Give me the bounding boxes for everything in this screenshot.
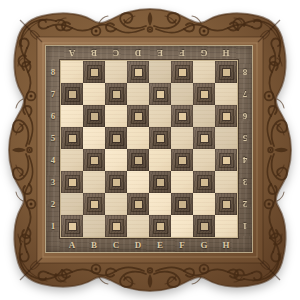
square-h4[interactable] xyxy=(215,149,237,171)
rank-label-right-6: 6 xyxy=(238,105,252,127)
square-h5[interactable] xyxy=(215,127,237,149)
file-label-top-g: G xyxy=(193,46,215,60)
file-label-bottom-h: H xyxy=(215,238,237,252)
square-d6[interactable] xyxy=(127,105,149,127)
square-a4[interactable] xyxy=(61,149,83,171)
square-b1[interactable] xyxy=(83,215,105,237)
file-label-top-h: H xyxy=(215,46,237,60)
square-g5[interactable] xyxy=(193,127,215,149)
square-f5[interactable] xyxy=(171,127,193,149)
square-a5[interactable] xyxy=(61,127,83,149)
board-surface: ABCDEFGH ABCDEFGH 87654321 87654321 xyxy=(45,45,253,253)
square-h8[interactable] xyxy=(215,61,237,83)
file-label-bottom-b: B xyxy=(83,238,105,252)
rank-label-right-4: 4 xyxy=(238,149,252,171)
square-g4[interactable] xyxy=(193,149,215,171)
square-b6[interactable] xyxy=(83,105,105,127)
file-labels-bottom: ABCDEFGH xyxy=(61,238,237,252)
square-a1[interactable] xyxy=(61,215,83,237)
file-labels-top: ABCDEFGH xyxy=(61,46,237,60)
rank-label-left-6: 6 xyxy=(46,105,60,127)
file-label-bottom-a: A xyxy=(61,238,83,252)
rank-label-left-7: 7 xyxy=(46,83,60,105)
square-b4[interactable] xyxy=(83,149,105,171)
square-h1[interactable] xyxy=(215,215,237,237)
rank-label-right-2: 2 xyxy=(238,193,252,215)
square-b7[interactable] xyxy=(83,83,105,105)
file-label-top-f: F xyxy=(171,46,193,60)
square-d3[interactable] xyxy=(127,171,149,193)
rank-label-left-8: 8 xyxy=(46,61,60,83)
rank-label-left-4: 4 xyxy=(46,149,60,171)
rank-label-left-1: 1 xyxy=(46,215,60,237)
square-a2[interactable] xyxy=(61,193,83,215)
square-g1[interactable] xyxy=(193,215,215,237)
file-label-top-e: E xyxy=(149,46,171,60)
square-e7[interactable] xyxy=(149,83,171,105)
square-c4[interactable] xyxy=(105,149,127,171)
file-label-bottom-d: D xyxy=(127,238,149,252)
square-h2[interactable] xyxy=(215,193,237,215)
square-d4[interactable] xyxy=(127,149,149,171)
square-a6[interactable] xyxy=(61,105,83,127)
file-label-bottom-e: E xyxy=(149,238,171,252)
file-label-top-d: D xyxy=(127,46,149,60)
square-d1[interactable] xyxy=(127,215,149,237)
square-f3[interactable] xyxy=(171,171,193,193)
file-label-bottom-f: F xyxy=(171,238,193,252)
square-f4[interactable] xyxy=(171,149,193,171)
rank-label-right-5: 5 xyxy=(238,127,252,149)
square-c1[interactable] xyxy=(105,215,127,237)
square-d8[interactable] xyxy=(127,61,149,83)
square-g7[interactable] xyxy=(193,83,215,105)
square-c2[interactable] xyxy=(105,193,127,215)
square-a8[interactable] xyxy=(61,61,83,83)
square-e6[interactable] xyxy=(149,105,171,127)
square-e3[interactable] xyxy=(149,171,171,193)
square-g2[interactable] xyxy=(193,193,215,215)
rank-labels-right: 87654321 xyxy=(238,61,252,237)
square-h6[interactable] xyxy=(215,105,237,127)
chess-grid xyxy=(60,60,238,238)
square-e4[interactable] xyxy=(149,149,171,171)
rank-label-right-1: 1 xyxy=(238,215,252,237)
square-h7[interactable] xyxy=(215,83,237,105)
square-e1[interactable] xyxy=(149,215,171,237)
square-h3[interactable] xyxy=(215,171,237,193)
square-e5[interactable] xyxy=(149,127,171,149)
square-f7[interactable] xyxy=(171,83,193,105)
square-d2[interactable] xyxy=(127,193,149,215)
rank-label-left-5: 5 xyxy=(46,127,60,149)
square-d7[interactable] xyxy=(127,83,149,105)
rank-label-right-7: 7 xyxy=(238,83,252,105)
file-label-top-b: B xyxy=(83,46,105,60)
rank-label-right-8: 8 xyxy=(238,61,252,83)
rank-labels-left: 87654321 xyxy=(46,61,60,237)
square-f2[interactable] xyxy=(171,193,193,215)
square-g3[interactable] xyxy=(193,171,215,193)
square-a3[interactable] xyxy=(61,171,83,193)
square-c7[interactable] xyxy=(105,83,127,105)
square-e8[interactable] xyxy=(149,61,171,83)
square-c8[interactable] xyxy=(105,61,127,83)
square-b8[interactable] xyxy=(83,61,105,83)
square-f8[interactable] xyxy=(171,61,193,83)
square-a7[interactable] xyxy=(61,83,83,105)
square-f6[interactable] xyxy=(171,105,193,127)
file-label-bottom-c: C xyxy=(105,238,127,252)
square-c3[interactable] xyxy=(105,171,127,193)
square-c5[interactable] xyxy=(105,127,127,149)
rank-label-left-3: 3 xyxy=(46,171,60,193)
square-f1[interactable] xyxy=(171,215,193,237)
square-g8[interactable] xyxy=(193,61,215,83)
file-label-bottom-g: G xyxy=(193,238,215,252)
square-g6[interactable] xyxy=(193,105,215,127)
square-c6[interactable] xyxy=(105,105,127,127)
rank-label-right-3: 3 xyxy=(238,171,252,193)
file-label-top-a: A xyxy=(61,46,83,60)
rank-label-left-2: 2 xyxy=(46,193,60,215)
square-b5[interactable] xyxy=(83,127,105,149)
square-b3[interactable] xyxy=(83,171,105,193)
square-b2[interactable] xyxy=(83,193,105,215)
square-e2[interactable] xyxy=(149,193,171,215)
file-label-top-c: C xyxy=(105,46,127,60)
square-d5[interactable] xyxy=(127,127,149,149)
carved-chess-board-photo: ABCDEFGH ABCDEFGH 87654321 87654321 xyxy=(0,0,300,300)
